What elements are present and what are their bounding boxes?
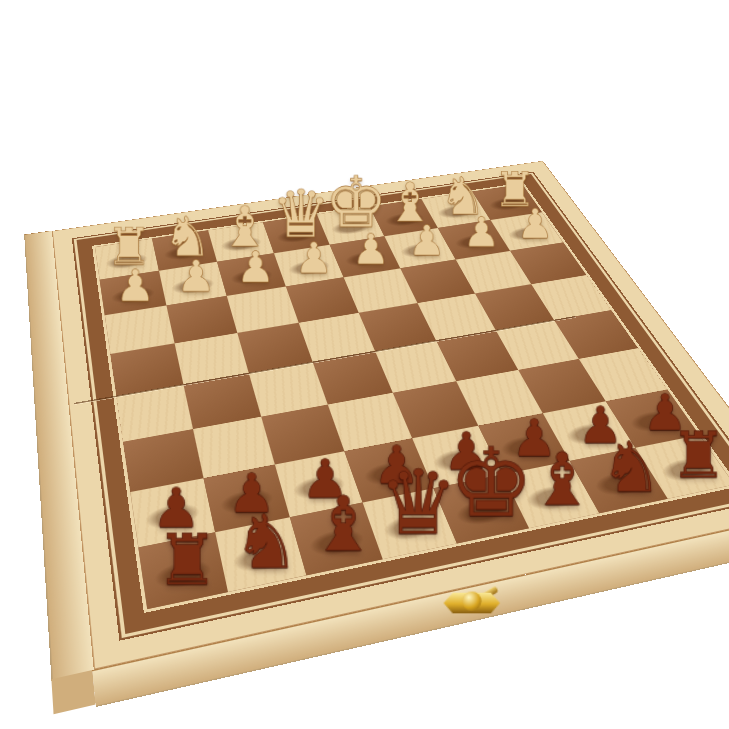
board-pinstripe: ♜♞♝♛♚♝♞♜♟♟♟♟♟♟♟♟♟♟♟♟♟♟♟♟♜♞♝♛♚♝♞♜ xyxy=(92,182,729,612)
latch-knob xyxy=(461,591,480,610)
board-surface: ♜♞♝♛♚♝♞♜♟♟♟♟♟♟♟♟♟♟♟♟♟♟♟♟♜♞♝♛♚♝♞♜ xyxy=(52,160,729,669)
black-king: ♚ xyxy=(448,435,533,530)
black-queen: ♛ xyxy=(378,457,458,546)
perspective-scene: ♜♞♝♛♚♝♞♜♟♟♟♟♟♟♟♟♟♟♟♟♟♟♟♟♜♞♝♛♚♝♞♜ xyxy=(0,0,729,729)
white-pawn: ♟ xyxy=(236,245,275,288)
black-knight: ♞ xyxy=(232,504,299,578)
squares-grid: ♜♞♝♛♚♝♞♜♟♟♟♟♟♟♟♟♟♟♟♟♟♟♟♟♜♞♝♛♚♝♞♜ xyxy=(94,184,729,609)
chess-board: ♜♞♝♛♚♝♞♜♟♟♟♟♟♟♟♟♟♟♟♟♟♟♟♟♜♞♝♛♚♝♞♜ xyxy=(52,160,729,669)
brass-latch xyxy=(440,577,501,615)
product-photo-stage: ♜♞♝♛♚♝♞♜♟♟♟♟♟♟♟♟♟♟♟♟♟♟♟♟♜♞♝♛♚♝♞♜ xyxy=(0,0,729,729)
black-knight: ♞ xyxy=(599,432,661,502)
white-pawn: ♟ xyxy=(463,211,500,252)
white-pawn: ♟ xyxy=(176,254,215,297)
black-rook: ♜ xyxy=(155,524,218,595)
white-pawn: ♟ xyxy=(516,203,553,244)
black-bishop: ♝ xyxy=(529,443,594,516)
white-pawn: ♟ xyxy=(408,219,445,261)
black-bishop: ♝ xyxy=(309,486,377,562)
black-rook: ♜ xyxy=(669,423,726,487)
white-pawn: ♟ xyxy=(115,263,154,307)
square-r3c8 xyxy=(510,242,586,284)
white-pawn: ♟ xyxy=(352,228,390,270)
white-pawn: ♟ xyxy=(294,236,332,278)
